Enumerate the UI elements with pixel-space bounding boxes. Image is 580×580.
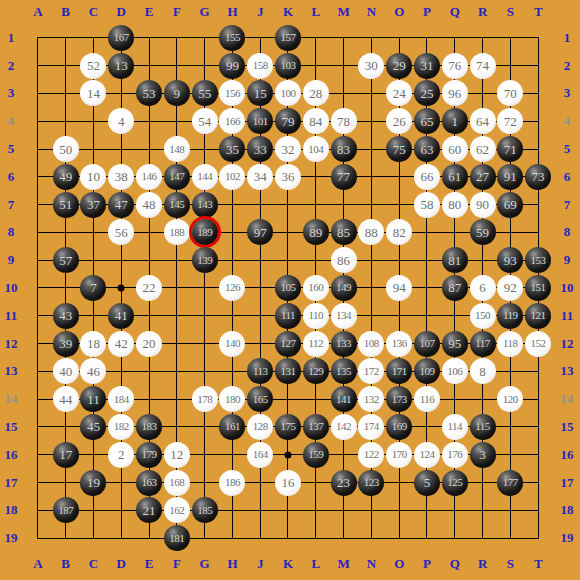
- intersection-O8[interactable]: 82: [385, 219, 413, 247]
- intersection-J8[interactable]: 97: [246, 219, 274, 247]
- intersection-L16[interactable]: 159: [302, 441, 330, 469]
- intersection-H16[interactable]: [219, 441, 247, 469]
- white-stone-move-42[interactable]: 42: [108, 331, 134, 357]
- intersection-Q3[interactable]: 96: [441, 80, 469, 108]
- intersection-P9[interactable]: [413, 246, 441, 274]
- intersection-B7[interactable]: 51: [52, 191, 80, 219]
- intersection-L11[interactable]: 110: [302, 302, 330, 330]
- intersection-O1[interactable]: [385, 24, 413, 52]
- intersection-H19[interactable]: [219, 524, 247, 552]
- intersection-H12[interactable]: 140: [219, 330, 247, 358]
- black-stone-move-11[interactable]: 11: [80, 386, 106, 412]
- intersection-B10[interactable]: [52, 274, 80, 302]
- black-stone-move-71[interactable]: 71: [497, 136, 523, 162]
- intersection-D8[interactable]: 56: [107, 219, 135, 247]
- black-stone-move-5[interactable]: 5: [414, 470, 440, 496]
- intersection-S14[interactable]: 120: [496, 385, 524, 413]
- intersection-B13[interactable]: 40: [52, 357, 80, 385]
- intersection-O6[interactable]: [385, 163, 413, 191]
- intersection-B1[interactable]: [52, 24, 80, 52]
- white-stone-move-176[interactable]: 176: [442, 442, 468, 468]
- intersection-B15[interactable]: [52, 413, 80, 441]
- white-stone-move-114[interactable]: 114: [442, 414, 468, 440]
- white-stone-move-110[interactable]: 110: [303, 303, 329, 329]
- intersection-Q2[interactable]: 76: [441, 52, 469, 80]
- intersection-C18[interactable]: [80, 496, 108, 524]
- intersection-L8[interactable]: 89: [302, 219, 330, 247]
- intersection-K10[interactable]: 105: [274, 274, 302, 302]
- white-stone-move-20[interactable]: 20: [136, 331, 162, 357]
- intersection-K7[interactable]: [274, 191, 302, 219]
- white-stone-move-112[interactable]: 112: [303, 331, 329, 357]
- black-stone-move-85[interactable]: 85: [331, 219, 357, 245]
- black-stone-move-89[interactable]: 89: [303, 219, 329, 245]
- black-stone-move-149[interactable]: 149: [331, 275, 357, 301]
- white-stone-move-128[interactable]: 128: [247, 414, 273, 440]
- intersection-C4[interactable]: [80, 107, 108, 135]
- black-stone-move-107[interactable]: 107: [414, 331, 440, 357]
- intersection-A7[interactable]: [24, 191, 52, 219]
- intersection-L1[interactable]: [302, 24, 330, 52]
- intersection-D3[interactable]: [107, 80, 135, 108]
- white-stone-move-48[interactable]: 48: [136, 192, 162, 218]
- intersection-K1[interactable]: 157: [274, 24, 302, 52]
- intersection-B8[interactable]: [52, 219, 80, 247]
- black-stone-move-157[interactable]: 157: [275, 25, 301, 51]
- intersection-F4[interactable]: [163, 107, 191, 135]
- black-stone-move-7[interactable]: 7: [80, 275, 106, 301]
- intersection-Q10[interactable]: 87: [441, 274, 469, 302]
- intersection-H14[interactable]: 180: [219, 385, 247, 413]
- intersection-J10[interactable]: [246, 274, 274, 302]
- intersection-R13[interactable]: 8: [469, 357, 497, 385]
- white-stone-move-88[interactable]: 88: [358, 219, 384, 245]
- intersection-T2[interactable]: [524, 52, 552, 80]
- intersection-Q1[interactable]: [441, 24, 469, 52]
- black-stone-move-177[interactable]: 177: [497, 470, 523, 496]
- intersection-N19[interactable]: [357, 524, 385, 552]
- intersection-K3[interactable]: 100: [274, 80, 302, 108]
- intersection-P3[interactable]: 25: [413, 80, 441, 108]
- intersection-C14[interactable]: 11: [80, 385, 108, 413]
- intersection-S15[interactable]: [496, 413, 524, 441]
- black-stone-move-83[interactable]: 83: [331, 136, 357, 162]
- white-stone-move-182[interactable]: 182: [108, 414, 134, 440]
- black-stone-move-45[interactable]: 45: [80, 414, 106, 440]
- intersection-N1[interactable]: [357, 24, 385, 52]
- intersection-D18[interactable]: [107, 496, 135, 524]
- intersection-T16[interactable]: [524, 441, 552, 469]
- intersection-R8[interactable]: 59: [469, 219, 497, 247]
- intersection-J6[interactable]: 34: [246, 163, 274, 191]
- intersection-E10[interactable]: 22: [135, 274, 163, 302]
- intersection-H18[interactable]: [219, 496, 247, 524]
- intersection-D7[interactable]: 47: [107, 191, 135, 219]
- intersection-G13[interactable]: [191, 357, 219, 385]
- white-stone-move-170[interactable]: 170: [386, 442, 412, 468]
- intersection-P8[interactable]: [413, 219, 441, 247]
- black-stone-move-9[interactable]: 9: [164, 80, 190, 106]
- intersection-J9[interactable]: [246, 246, 274, 274]
- intersection-E18[interactable]: 21: [135, 496, 163, 524]
- intersection-D17[interactable]: [107, 469, 135, 497]
- intersection-E1[interactable]: [135, 24, 163, 52]
- white-stone-move-58[interactable]: 58: [414, 192, 440, 218]
- white-stone-move-46[interactable]: 46: [80, 358, 106, 384]
- white-stone-move-178[interactable]: 178: [192, 386, 218, 412]
- intersection-P11[interactable]: [413, 302, 441, 330]
- black-stone-move-73[interactable]: 73: [525, 164, 551, 190]
- white-stone-move-8[interactable]: 8: [470, 358, 496, 384]
- intersection-B5[interactable]: 50: [52, 135, 80, 163]
- intersection-K12[interactable]: 127: [274, 330, 302, 358]
- black-stone-move-171[interactable]: 171: [386, 358, 412, 384]
- intersection-A6[interactable]: [24, 163, 52, 191]
- intersection-K4[interactable]: 79: [274, 107, 302, 135]
- intersection-K17[interactable]: 16: [274, 469, 302, 497]
- intersection-D6[interactable]: 38: [107, 163, 135, 191]
- intersection-M6[interactable]: 77: [330, 163, 358, 191]
- intersection-E14[interactable]: [135, 385, 163, 413]
- intersection-N15[interactable]: 174: [357, 413, 385, 441]
- white-stone-move-56[interactable]: 56: [108, 219, 134, 245]
- white-stone-move-4[interactable]: 4: [108, 108, 134, 134]
- intersection-E19[interactable]: [135, 524, 163, 552]
- intersection-R4[interactable]: 64: [469, 107, 497, 135]
- intersection-O4[interactable]: 26: [385, 107, 413, 135]
- intersection-T6[interactable]: 73: [524, 163, 552, 191]
- white-stone-move-60[interactable]: 60: [442, 136, 468, 162]
- intersection-D19[interactable]: [107, 524, 135, 552]
- intersection-Q18[interactable]: [441, 496, 469, 524]
- intersection-E16[interactable]: 179: [135, 441, 163, 469]
- intersection-L9[interactable]: [302, 246, 330, 274]
- intersection-O7[interactable]: [385, 191, 413, 219]
- intersection-R11[interactable]: 150: [469, 302, 497, 330]
- black-stone-move-139[interactable]: 139: [192, 247, 218, 273]
- intersection-R2[interactable]: 74: [469, 52, 497, 80]
- intersection-S1[interactable]: [496, 24, 524, 52]
- intersection-G6[interactable]: 144: [191, 163, 219, 191]
- intersection-D10[interactable]: [107, 274, 135, 302]
- intersection-R15[interactable]: 115: [469, 413, 497, 441]
- black-stone-move-151[interactable]: 151: [525, 275, 551, 301]
- intersection-G1[interactable]: [191, 24, 219, 52]
- intersection-S11[interactable]: 119: [496, 302, 524, 330]
- white-stone-move-144[interactable]: 144: [192, 164, 218, 190]
- intersection-S10[interactable]: 92: [496, 274, 524, 302]
- black-stone-move-127[interactable]: 127: [275, 331, 301, 357]
- intersection-C10[interactable]: 7: [80, 274, 108, 302]
- intersection-N9[interactable]: [357, 246, 385, 274]
- intersection-C13[interactable]: 46: [80, 357, 108, 385]
- white-stone-move-104[interactable]: 104: [303, 136, 329, 162]
- intersection-E12[interactable]: 20: [135, 330, 163, 358]
- intersection-L15[interactable]: 137: [302, 413, 330, 441]
- white-stone-move-120[interactable]: 120: [497, 386, 523, 412]
- intersection-S13[interactable]: [496, 357, 524, 385]
- intersection-D16[interactable]: 2: [107, 441, 135, 469]
- intersection-M10[interactable]: 149: [330, 274, 358, 302]
- intersection-K14[interactable]: [274, 385, 302, 413]
- white-stone-move-96[interactable]: 96: [442, 80, 468, 106]
- white-stone-move-30[interactable]: 30: [358, 53, 384, 79]
- intersection-M14[interactable]: 141: [330, 385, 358, 413]
- intersection-J2[interactable]: 158: [246, 52, 274, 80]
- intersection-M3[interactable]: [330, 80, 358, 108]
- black-stone-move-155[interactable]: 155: [219, 25, 245, 51]
- black-stone-move-19[interactable]: 19: [80, 470, 106, 496]
- intersection-N2[interactable]: 30: [357, 52, 385, 80]
- black-stone-move-25[interactable]: 25: [414, 80, 440, 106]
- intersection-E17[interactable]: 163: [135, 469, 163, 497]
- black-stone-move-181[interactable]: 181: [164, 525, 190, 551]
- intersection-M16[interactable]: [330, 441, 358, 469]
- intersection-Q5[interactable]: 60: [441, 135, 469, 163]
- white-stone-move-84[interactable]: 84: [303, 108, 329, 134]
- intersection-E5[interactable]: [135, 135, 163, 163]
- intersection-K6[interactable]: 36: [274, 163, 302, 191]
- intersection-D2[interactable]: 13: [107, 52, 135, 80]
- intersection-J19[interactable]: [246, 524, 274, 552]
- intersection-P5[interactable]: 63: [413, 135, 441, 163]
- intersection-D9[interactable]: [107, 246, 135, 274]
- intersection-M13[interactable]: 135: [330, 357, 358, 385]
- intersection-P6[interactable]: 66: [413, 163, 441, 191]
- intersection-N7[interactable]: [357, 191, 385, 219]
- intersection-B2[interactable]: [52, 52, 80, 80]
- intersection-N14[interactable]: 132: [357, 385, 385, 413]
- black-stone-move-31[interactable]: 31: [414, 53, 440, 79]
- black-stone-move-169[interactable]: 169: [386, 414, 412, 440]
- white-stone-move-38[interactable]: 38: [108, 164, 134, 190]
- intersection-A11[interactable]: [24, 302, 52, 330]
- white-stone-move-82[interactable]: 82: [386, 219, 412, 245]
- intersection-K16[interactable]: [274, 441, 302, 469]
- intersection-P1[interactable]: [413, 24, 441, 52]
- intersection-E6[interactable]: 146: [135, 163, 163, 191]
- intersection-O3[interactable]: 24: [385, 80, 413, 108]
- white-stone-move-184[interactable]: 184: [108, 386, 134, 412]
- intersection-K8[interactable]: [274, 219, 302, 247]
- black-stone-move-17[interactable]: 17: [53, 442, 79, 468]
- intersection-H3[interactable]: 156: [219, 80, 247, 108]
- black-stone-move-97[interactable]: 97: [247, 219, 273, 245]
- intersection-M2[interactable]: [330, 52, 358, 80]
- intersection-G7[interactable]: 143: [191, 191, 219, 219]
- intersection-T14[interactable]: [524, 385, 552, 413]
- intersection-P19[interactable]: [413, 524, 441, 552]
- white-stone-move-66[interactable]: 66: [414, 164, 440, 190]
- intersection-N6[interactable]: [357, 163, 385, 191]
- intersection-D1[interactable]: 167: [107, 24, 135, 52]
- intersection-C9[interactable]: [80, 246, 108, 274]
- black-stone-move-13[interactable]: 13: [108, 53, 134, 79]
- black-stone-move-59[interactable]: 59: [470, 219, 496, 245]
- intersection-A19[interactable]: [24, 524, 52, 552]
- intersection-B16[interactable]: 17: [52, 441, 80, 469]
- intersection-Q19[interactable]: [441, 524, 469, 552]
- intersection-L10[interactable]: 160: [302, 274, 330, 302]
- black-stone-move-95[interactable]: 95: [442, 331, 468, 357]
- intersection-A12[interactable]: [24, 330, 52, 358]
- intersection-G19[interactable]: [191, 524, 219, 552]
- intersection-C15[interactable]: 45: [80, 413, 108, 441]
- intersection-O16[interactable]: 170: [385, 441, 413, 469]
- intersection-P17[interactable]: 5: [413, 469, 441, 497]
- intersection-S8[interactable]: [496, 219, 524, 247]
- white-stone-move-78[interactable]: 78: [331, 108, 357, 134]
- intersection-R3[interactable]: [469, 80, 497, 108]
- black-stone-move-153[interactable]: 153: [525, 247, 551, 273]
- black-stone-move-143[interactable]: 143: [192, 192, 218, 218]
- black-stone-move-167[interactable]: 167: [108, 25, 134, 51]
- intersection-F18[interactable]: 162: [163, 496, 191, 524]
- intersection-G17[interactable]: [191, 469, 219, 497]
- black-stone-move-159[interactable]: 159: [303, 442, 329, 468]
- intersection-O9[interactable]: [385, 246, 413, 274]
- intersection-K9[interactable]: [274, 246, 302, 274]
- intersection-J1[interactable]: [246, 24, 274, 52]
- intersection-O2[interactable]: 29: [385, 52, 413, 80]
- intersection-F16[interactable]: 12: [163, 441, 191, 469]
- black-stone-move-93[interactable]: 93: [497, 247, 523, 273]
- intersection-O15[interactable]: 169: [385, 413, 413, 441]
- intersection-K11[interactable]: 111: [274, 302, 302, 330]
- intersection-N17[interactable]: 123: [357, 469, 385, 497]
- intersection-O13[interactable]: 171: [385, 357, 413, 385]
- white-stone-move-94[interactable]: 94: [386, 275, 412, 301]
- intersection-M9[interactable]: 86: [330, 246, 358, 274]
- intersection-R9[interactable]: [469, 246, 497, 274]
- intersection-J12[interactable]: [246, 330, 274, 358]
- intersection-K2[interactable]: 103: [274, 52, 302, 80]
- intersection-A5[interactable]: [24, 135, 52, 163]
- white-stone-move-28[interactable]: 28: [303, 80, 329, 106]
- intersection-S7[interactable]: 69: [496, 191, 524, 219]
- white-stone-move-122[interactable]: 122: [358, 442, 384, 468]
- intersection-G8[interactable]: 189: [191, 219, 219, 247]
- black-stone-move-161[interactable]: 161: [219, 414, 245, 440]
- black-stone-move-183[interactable]: 183: [136, 414, 162, 440]
- intersection-H6[interactable]: 102: [219, 163, 247, 191]
- white-stone-move-6[interactable]: 6: [470, 275, 496, 301]
- intersection-A18[interactable]: [24, 496, 52, 524]
- intersection-S17[interactable]: 177: [496, 469, 524, 497]
- intersection-F3[interactable]: 9: [163, 80, 191, 108]
- intersection-A13[interactable]: [24, 357, 52, 385]
- black-stone-move-87[interactable]: 87: [442, 275, 468, 301]
- intersection-F1[interactable]: [163, 24, 191, 52]
- intersection-C16[interactable]: [80, 441, 108, 469]
- intersection-K18[interactable]: [274, 496, 302, 524]
- intersection-K5[interactable]: 32: [274, 135, 302, 163]
- black-stone-move-57[interactable]: 57: [53, 247, 79, 273]
- white-stone-move-136[interactable]: 136: [386, 331, 412, 357]
- intersection-S5[interactable]: 71: [496, 135, 524, 163]
- black-stone-move-145[interactable]: 145: [164, 192, 190, 218]
- intersection-H17[interactable]: 186: [219, 469, 247, 497]
- intersection-J13[interactable]: 113: [246, 357, 274, 385]
- intersection-H5[interactable]: 35: [219, 135, 247, 163]
- intersection-F17[interactable]: 168: [163, 469, 191, 497]
- white-stone-move-44[interactable]: 44: [53, 386, 79, 412]
- intersection-T7[interactable]: [524, 191, 552, 219]
- intersection-F2[interactable]: [163, 52, 191, 80]
- intersection-S4[interactable]: 72: [496, 107, 524, 135]
- white-stone-move-14[interactable]: 14: [80, 80, 106, 106]
- intersection-K13[interactable]: 131: [274, 357, 302, 385]
- intersection-R16[interactable]: 3: [469, 441, 497, 469]
- intersection-M12[interactable]: 133: [330, 330, 358, 358]
- intersection-R1[interactable]: [469, 24, 497, 52]
- intersection-N10[interactable]: [357, 274, 385, 302]
- black-stone-move-61[interactable]: 61: [442, 164, 468, 190]
- intersection-Q13[interactable]: 106: [441, 357, 469, 385]
- black-stone-move-77[interactable]: 77: [331, 164, 357, 190]
- black-stone-move-55[interactable]: 55: [192, 80, 218, 106]
- intersection-S2[interactable]: [496, 52, 524, 80]
- intersection-A14[interactable]: [24, 385, 52, 413]
- intersection-D15[interactable]: 182: [107, 413, 135, 441]
- intersection-C6[interactable]: 10: [80, 163, 108, 191]
- intersection-G12[interactable]: [191, 330, 219, 358]
- intersection-Q14[interactable]: [441, 385, 469, 413]
- black-stone-move-123[interactable]: 123: [358, 470, 384, 496]
- intersection-A3[interactable]: [24, 80, 52, 108]
- black-stone-move-27[interactable]: 27: [470, 164, 496, 190]
- intersection-C5[interactable]: [80, 135, 108, 163]
- intersection-P13[interactable]: 109: [413, 357, 441, 385]
- intersection-H2[interactable]: 99: [219, 52, 247, 80]
- black-stone-move-105[interactable]: 105: [275, 275, 301, 301]
- intersection-N5[interactable]: [357, 135, 385, 163]
- intersection-C11[interactable]: [80, 302, 108, 330]
- intersection-B4[interactable]: [52, 107, 80, 135]
- black-stone-move-187[interactable]: 187: [53, 497, 79, 523]
- intersection-J17[interactable]: [246, 469, 274, 497]
- intersection-E8[interactable]: [135, 219, 163, 247]
- intersection-Q6[interactable]: 61: [441, 163, 469, 191]
- intersection-Q12[interactable]: 95: [441, 330, 469, 358]
- intersection-F9[interactable]: [163, 246, 191, 274]
- intersection-D11[interactable]: 41: [107, 302, 135, 330]
- white-stone-move-2[interactable]: 2: [108, 442, 134, 468]
- white-stone-move-164[interactable]: 164: [247, 442, 273, 468]
- intersection-T1[interactable]: [524, 24, 552, 52]
- intersection-R5[interactable]: 62: [469, 135, 497, 163]
- intersection-R17[interactable]: [469, 469, 497, 497]
- intersection-S19[interactable]: [496, 524, 524, 552]
- black-stone-move-21[interactable]: 21: [136, 497, 162, 523]
- intersection-O5[interactable]: 75: [385, 135, 413, 163]
- intersection-B14[interactable]: 44: [52, 385, 80, 413]
- intersection-G5[interactable]: [191, 135, 219, 163]
- white-stone-move-132[interactable]: 132: [358, 386, 384, 412]
- intersection-J15[interactable]: 128: [246, 413, 274, 441]
- intersection-G18[interactable]: 185: [191, 496, 219, 524]
- intersection-G3[interactable]: 55: [191, 80, 219, 108]
- intersection-A2[interactable]: [24, 52, 52, 80]
- intersection-P4[interactable]: 65: [413, 107, 441, 135]
- intersection-H15[interactable]: 161: [219, 413, 247, 441]
- intersection-J14[interactable]: 165: [246, 385, 274, 413]
- intersection-O17[interactable]: [385, 469, 413, 497]
- white-stone-move-146[interactable]: 146: [136, 164, 162, 190]
- black-stone-move-101[interactable]: 101: [247, 108, 273, 134]
- intersection-M15[interactable]: 142: [330, 413, 358, 441]
- intersection-T10[interactable]: 151: [524, 274, 552, 302]
